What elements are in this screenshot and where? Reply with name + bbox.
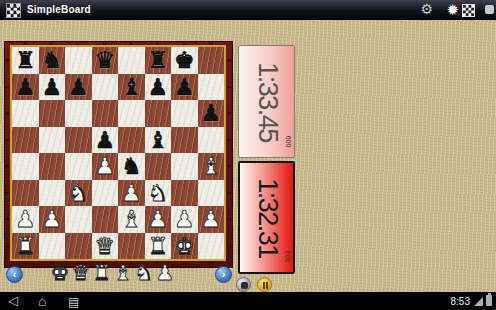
square-g4[interactable] (171, 153, 198, 180)
square-h1[interactable] (198, 233, 225, 260)
square-g5[interactable] (171, 127, 198, 154)
piece-white-king: ♚ (171, 233, 198, 260)
square-c6[interactable] (65, 100, 92, 127)
square-f5[interactable]: ♝ (145, 127, 172, 154)
piece-black-pawn: ♟ (198, 100, 225, 127)
square-c7[interactable]: ♟ (65, 74, 92, 101)
square-b5[interactable] (39, 127, 66, 154)
clock-pause-button[interactable] (257, 277, 272, 292)
piece-black-rook: ♜ (12, 47, 39, 74)
square-b2[interactable]: ♟ (39, 206, 66, 233)
settings-gear-icon[interactable]: ⚙ (420, 1, 433, 18)
piece-black-pawn: ♟ (39, 74, 66, 101)
rank-labels-right: 87654321 (227, 47, 232, 259)
next-move-button[interactable]: › (215, 266, 232, 283)
palette-piece-bishop[interactable]: ♝ (113, 262, 133, 284)
square-e1[interactable] (118, 233, 145, 260)
square-e2[interactable]: ♝ (118, 206, 145, 233)
piece-black-pawn: ♟ (12, 74, 39, 101)
piece-white-pawn: ♟ (39, 206, 66, 233)
battery-icon (486, 295, 492, 306)
square-d3[interactable] (92, 180, 119, 207)
app-screen: SimpleBoard ⚙ ✹ ABCDEFGH ABCDEFGH 876543… (0, 0, 496, 310)
piece-white-rook: ♜ (145, 233, 172, 260)
palette-piece-queen[interactable]: ♛ (71, 262, 91, 284)
piece-white-pawn: ♟ (12, 206, 39, 233)
black-clock[interactable]: 1:33.45 600 (238, 45, 295, 158)
square-a6[interactable] (12, 100, 39, 127)
square-f3[interactable]: ♞ (145, 180, 172, 207)
square-g8[interactable]: ♚ (171, 47, 198, 74)
app-title: SimpleBoard (27, 4, 91, 15)
piece-black-knight: ♞ (39, 47, 66, 74)
black-clock-control-tag: 600 (286, 136, 293, 148)
square-a7[interactable]: ♟ (12, 74, 39, 101)
piece-palette: ♚♛♜♝♞♟ (50, 261, 175, 285)
palette-piece-knight[interactable]: ♞ (134, 262, 154, 284)
square-a5[interactable] (12, 127, 39, 154)
black-clock-time: 1:33.45 (251, 62, 282, 142)
piece-white-pawn: ♟ (118, 180, 145, 207)
square-h2[interactable]: ♟ (198, 206, 225, 233)
square-d1[interactable]: ♛ (92, 233, 119, 260)
palette-piece-king[interactable]: ♚ (50, 262, 70, 284)
piece-black-knight: ♞ (118, 153, 145, 180)
new-board-icon[interactable] (462, 4, 475, 17)
square-d5[interactable]: ♟ (92, 127, 119, 154)
piece-white-pawn: ♟ (145, 206, 172, 233)
square-a8[interactable]: ♜ (12, 47, 39, 74)
back-icon[interactable]: ◁ (8, 293, 18, 309)
piece-black-rook: ♜ (145, 47, 172, 74)
square-g1[interactable]: ♚ (171, 233, 198, 260)
square-g6[interactable] (171, 100, 198, 127)
piece-white-knight: ♞ (65, 180, 92, 207)
flip-flare-icon[interactable]: ✹ (446, 1, 459, 18)
square-a3[interactable] (12, 180, 39, 207)
recents-icon[interactable]: ▤ (68, 294, 79, 310)
square-f6[interactable] (145, 100, 172, 127)
piece-black-pawn: ♟ (171, 74, 198, 101)
square-b4[interactable] (39, 153, 66, 180)
piece-white-rook: ♜ (12, 233, 39, 260)
square-a1[interactable]: ♜ (12, 233, 39, 260)
square-e7[interactable]: ♝ (118, 74, 145, 101)
piece-white-pawn: ♟ (171, 206, 198, 233)
square-h7[interactable] (198, 74, 225, 101)
square-h8[interactable] (198, 47, 225, 74)
piece-black-king: ♚ (171, 47, 198, 74)
square-a2[interactable]: ♟ (12, 206, 39, 233)
clock-reset-button[interactable] (236, 277, 251, 292)
square-d6[interactable] (92, 100, 119, 127)
square-f8[interactable]: ♜ (145, 47, 172, 74)
piece-black-bishop: ♝ (145, 127, 172, 154)
signal-icon (474, 297, 483, 306)
square-e8[interactable] (118, 47, 145, 74)
square-c3[interactable]: ♞ (65, 180, 92, 207)
piece-black-queen: ♛ (92, 47, 119, 74)
square-b8[interactable]: ♞ (39, 47, 66, 74)
square-h3[interactable] (198, 180, 225, 207)
overflow-icon[interactable] (485, 5, 494, 14)
square-e5[interactable] (118, 127, 145, 154)
square-a4[interactable] (12, 153, 39, 180)
piece-black-bishop: ♝ (118, 74, 145, 101)
square-c4[interactable] (65, 153, 92, 180)
palette-piece-rook[interactable]: ♜ (92, 262, 112, 284)
square-f2[interactable]: ♟ (145, 206, 172, 233)
square-b3[interactable] (39, 180, 66, 207)
square-f1[interactable]: ♜ (145, 233, 172, 260)
prev-move-button[interactable]: ‹ (6, 266, 23, 283)
pause-icon (266, 282, 268, 289)
square-e4[interactable]: ♞ (118, 153, 145, 180)
square-c1[interactable] (65, 233, 92, 260)
piece-white-pawn: ♟ (198, 206, 225, 233)
piece-white-pawn: ♟ (92, 153, 119, 180)
square-d8[interactable]: ♛ (92, 47, 119, 74)
piece-black-pawn: ♟ (145, 74, 172, 101)
square-h5[interactable] (198, 127, 225, 154)
square-h6[interactable]: ♟ (198, 100, 225, 127)
square-b7[interactable]: ♟ (39, 74, 66, 101)
square-e3[interactable]: ♟ (118, 180, 145, 207)
piece-white-knight: ♞ (145, 180, 172, 207)
piece-black-pawn: ♟ (65, 74, 92, 101)
square-b6[interactable] (39, 100, 66, 127)
piece-white-queen: ♛ (92, 233, 119, 260)
square-c5[interactable] (65, 127, 92, 154)
square-d7[interactable] (92, 74, 119, 101)
piece-white-bishop: ♝ (198, 153, 225, 180)
reset-icon (241, 282, 248, 289)
board-inner-trim: ♜♞♛♜♚♟♟♟♝♟♟♟♟♝♟♞♝♞♟♞♟♟♝♟♟♟♜♛♜♚ (10, 45, 226, 261)
board-grid: ♜♞♛♜♚♟♟♟♝♟♟♟♟♝♟♞♝♞♟♞♟♟♝♟♟♟♜♛♜♚ (12, 47, 224, 259)
status-clock: 8:53 (451, 296, 470, 307)
home-icon[interactable]: ⌂ (38, 293, 46, 309)
piece-white-bishop: ♝ (118, 206, 145, 233)
piece-black-pawn: ♟ (92, 127, 119, 154)
square-f7[interactable]: ♟ (145, 74, 172, 101)
square-c2[interactable] (65, 206, 92, 233)
square-c8[interactable] (65, 47, 92, 74)
app-bar: SimpleBoard ⚙ ✹ (0, 0, 496, 20)
system-bar: ◁ ⌂ ▤ 8:53 (0, 292, 496, 310)
square-h4[interactable]: ♝ (198, 153, 225, 180)
square-d4[interactable]: ♟ (92, 153, 119, 180)
square-f4[interactable] (145, 153, 172, 180)
palette-piece-pawn[interactable]: ♟ (155, 262, 175, 284)
white-clock-control-tag: 600 (285, 251, 292, 263)
square-g7[interactable]: ♟ (171, 74, 198, 101)
square-d2[interactable] (92, 206, 119, 233)
pause-icon (263, 282, 265, 289)
chess-board-frame: ABCDEFGH ABCDEFGH 87654321 87654321 ♜♞♛♜… (4, 41, 233, 268)
square-g3[interactable] (171, 180, 198, 207)
app-logo-checkerboard-icon (6, 3, 21, 18)
square-b1[interactable] (39, 233, 66, 260)
square-g2[interactable]: ♟ (171, 206, 198, 233)
white-clock-time: 1:32.31 (251, 178, 282, 258)
square-e6[interactable] (118, 100, 145, 127)
white-clock-active[interactable]: 1:32.31 600 (238, 161, 295, 274)
